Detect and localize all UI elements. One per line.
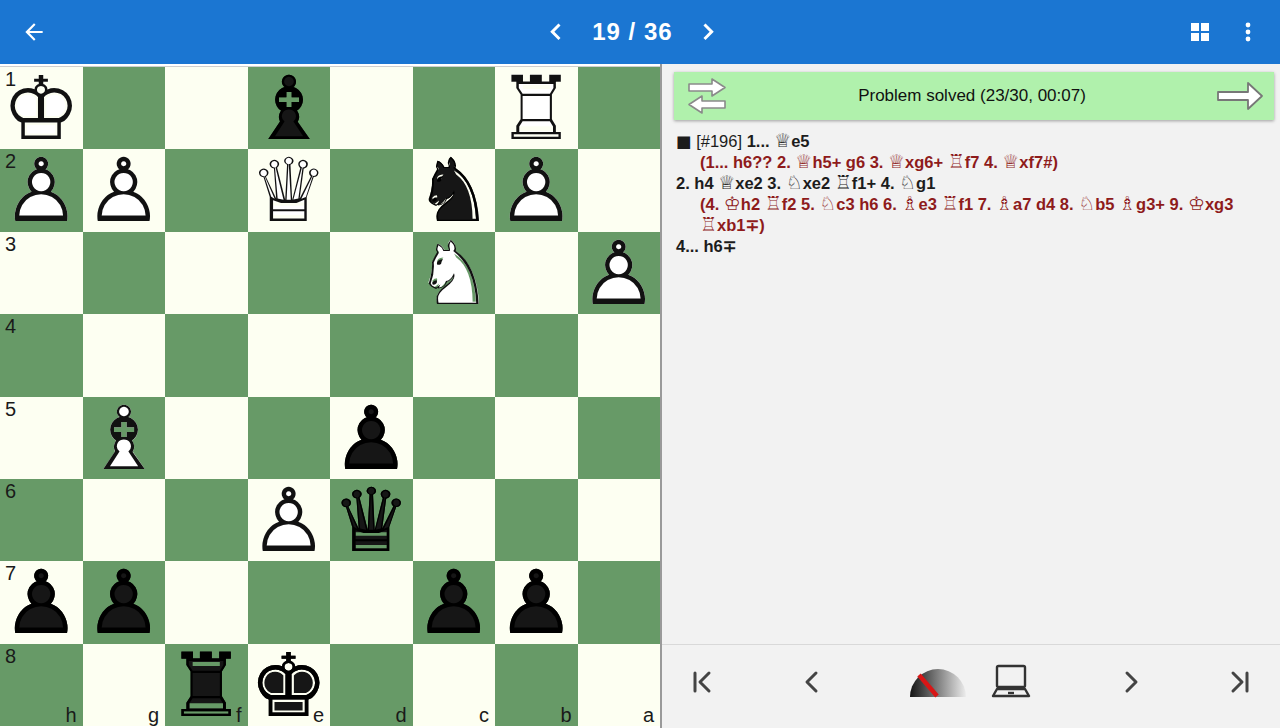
chevron-left-icon [545,19,567,45]
grid-icon [1189,21,1211,43]
piece-white-pawn: ♟♙ [0,149,83,231]
square-e8[interactable]: e♚♔ [248,644,331,726]
computer-analysis-button[interactable] [987,663,1035,701]
square-e5[interactable] [248,397,331,479]
square-f8[interactable]: f♜♖ [165,644,248,726]
square-h7[interactable]: 7♟♙ [0,561,83,643]
switch-sides-icon [684,75,730,117]
banner-forward-button[interactable] [1214,79,1264,113]
square-h6[interactable]: 6 [0,479,83,561]
square-g1[interactable] [83,67,166,149]
square-h2[interactable]: 2♟♙ [0,149,83,231]
square-c6[interactable] [413,479,496,561]
nav-toolbar [662,644,1280,728]
square-a3[interactable]: ♟♙ [578,232,661,314]
piece-outline: ♘ [413,232,496,314]
move-line-3[interactable]: 2. h4 ♕xe2 3. ♘xe2 ♖f1+ 4. ♘g1 [676,173,1270,194]
piece-outline: ♙ [495,149,578,231]
square-g7[interactable]: ♟♙ [83,561,166,643]
square-d1[interactable] [330,67,413,149]
square-f2[interactable] [165,149,248,231]
square-b6[interactable] [495,479,578,561]
piece-outline: ♕ [248,149,331,231]
back-arrow-icon [21,19,47,45]
square-c8[interactable]: c [413,644,496,726]
square-f6[interactable] [165,479,248,561]
piece-outline: ♖ [495,67,578,149]
square-e1[interactable]: ♝♗ [248,67,331,149]
square-d5[interactable]: ♟♙ [330,397,413,479]
move-line-4[interactable]: (4. ♔h2 ♖f2 5. ♘c3 h6 6. ♗e3 ♖f1 7. ♗a7 … [676,194,1270,236]
rank-label-4: 4 [5,315,16,337]
square-a2[interactable] [578,149,661,231]
piece-black-pawn: ♟♙ [495,561,578,643]
square-d6[interactable]: ♛♕ [330,479,413,561]
square-f7[interactable] [165,561,248,643]
piece-outline: ♕ [330,479,413,561]
square-c3[interactable]: ♞♘ [413,232,496,314]
rank-label-3: 3 [5,233,16,255]
status-banner: Problem solved (23/30, 00:07) [674,72,1274,120]
problem-counter: 19 / 36 [592,18,672,46]
square-g2[interactable]: ♟♙ [83,149,166,231]
problem-tag: [#196] [696,132,742,150]
square-g6[interactable] [83,479,166,561]
piece-outline: ♙ [495,561,578,643]
square-a6[interactable] [578,479,661,561]
engine-gauge-icon [907,665,969,699]
main-move: 1... ♕e5 [747,132,810,150]
piece-white-bishop: ♝♗ [83,397,166,479]
piece-white-queen: ♛♕ [248,149,331,231]
analysis-buttons [907,663,1035,701]
skip-to-first-button[interactable] [690,669,716,695]
board-panel: 1♚♔♝♗♜♖2♟♙♟♙♛♕♞♘♟♙3♞♘♟♙45♝♗♟♙6♟♙♛♕7♟♙♟♙♟… [0,64,662,728]
piece-outline: ♙ [0,561,83,643]
piece-white-knight: ♞♘ [413,232,496,314]
square-b7[interactable]: ♟♙ [495,561,578,643]
square-d2[interactable] [330,149,413,231]
square-h4[interactable]: 4 [0,314,83,396]
square-b5[interactable] [495,397,578,479]
next-problem-button[interactable] [691,8,727,56]
piece-outline: ♗ [83,397,166,479]
square-e2[interactable]: ♛♕ [248,149,331,231]
piece-white-pawn: ♟♙ [248,479,331,561]
piece-black-pawn: ♟♙ [413,561,496,643]
square-h5[interactable]: 5 [0,397,83,479]
square-e3[interactable] [248,232,331,314]
square-f4[interactable] [165,314,248,396]
bullet-icon: ■ [676,132,692,151]
piece-white-pawn: ♟♙ [578,232,661,314]
laptop-icon [987,663,1035,701]
square-e6[interactable]: ♟♙ [248,479,331,561]
square-b4[interactable] [495,314,578,396]
piece-black-king: ♚♔ [248,644,331,726]
analysis-panel: Problem solved (23/30, 00:07) ■ [#196] 1… [662,64,1280,728]
piece-white-pawn: ♟♙ [83,149,166,231]
square-a7[interactable] [578,561,661,643]
app-bar-actions [1176,0,1272,64]
square-g3[interactable] [83,232,166,314]
piece-outline: ♙ [0,149,83,231]
piece-outline: ♙ [330,397,413,479]
problem-navigator: 19 / 36 [538,8,726,56]
file-label-c: c [479,704,489,726]
square-b1[interactable]: ♜♖ [495,67,578,149]
square-c5[interactable] [413,397,496,479]
prev-problem-button[interactable] [538,8,574,56]
square-d3[interactable] [330,232,413,314]
piece-outline: ♙ [578,232,661,314]
file-label-d: d [395,704,406,726]
square-f1[interactable] [165,67,248,149]
piece-black-rook: ♜♖ [165,644,248,726]
square-d7[interactable] [330,561,413,643]
piece-black-pawn: ♟♙ [0,561,83,643]
skip-to-last-button[interactable] [1226,669,1252,695]
piece-black-pawn: ♟♙ [330,397,413,479]
square-h1[interactable]: 1♚♔ [0,67,83,149]
square-a1[interactable] [578,67,661,149]
file-label-h: h [65,704,76,726]
rank-label-8: 8 [5,645,16,667]
chevron-right-icon [698,19,720,45]
square-b3[interactable] [495,232,578,314]
piece-outline: ♘ [413,149,496,231]
piece-outline: ♔ [248,644,331,726]
piece-outline: ♙ [83,561,166,643]
rank-label-5: 5 [5,398,16,420]
file-label-a: a [643,704,654,726]
square-a4[interactable] [578,314,661,396]
piece-outline: ♖ [165,644,248,726]
square-f3[interactable] [165,232,248,314]
square-e7[interactable] [248,561,331,643]
piece-black-knight: ♞♘ [413,149,496,231]
piece-white-king: ♚♔ [0,67,83,149]
overflow-menu-button[interactable] [1224,0,1272,64]
next-move-button[interactable] [1119,669,1143,695]
square-d8[interactable]: d [330,644,413,726]
skip-to-last-icon [1226,669,1252,695]
switch-sides-button[interactable] [684,75,730,117]
move-line-1[interactable]: ■ [#196] 1... ♕e5 [676,131,1270,152]
square-e4[interactable] [248,314,331,396]
move-line-5[interactable]: 4... h6∓ [676,236,1270,257]
square-f5[interactable] [165,397,248,479]
square-a8[interactable]: a [578,644,661,726]
piece-black-pawn: ♟♙ [83,561,166,643]
piece-white-pawn: ♟♙ [495,149,578,231]
piece-outline: ♙ [248,479,331,561]
square-g4[interactable] [83,314,166,396]
square-b2[interactable]: ♟♙ [495,149,578,231]
square-c1[interactable] [413,67,496,149]
piece-outline: ♙ [83,149,166,231]
piece-outline: ♗ [248,67,331,149]
previous-move-button[interactable] [800,669,824,695]
overflow-dots-icon [1238,21,1258,43]
forward-arrow-icon [1214,79,1264,113]
move-line-2[interactable]: (1... h6?? 2. ♕h5+ g6 3. ♕xg6+ ♖f7 4. ♕x… [676,152,1270,173]
piece-black-bishop: ♝♗ [248,67,331,149]
square-h3[interactable]: 3 [0,232,83,314]
piece-white-rook: ♜♖ [495,67,578,149]
grid-view-button[interactable] [1176,0,1224,64]
chevron-left-icon [800,669,824,695]
square-g8[interactable]: g [83,644,166,726]
skip-to-first-icon [690,669,716,695]
rank-label-6: 6 [5,480,16,502]
back-button[interactable] [6,0,62,64]
square-g5[interactable]: ♝♗ [83,397,166,479]
piece-outline: ♔ [0,67,83,149]
file-label-b: b [560,704,571,726]
engine-evaluation-button[interactable] [907,665,969,699]
square-d4[interactable] [330,314,413,396]
square-c2[interactable]: ♞♘ [413,149,496,231]
app-screen: 19 / 36 1♚♔♝♗♜♖2♟♙♟♙♛♕♞♘♟♙3♞♘♟♙45♝♗♟♙6♟♙… [0,0,1280,728]
piece-black-queen: ♛♕ [330,479,413,561]
move-list: ■ [#196] 1... ♕e5 (1... h6?? 2. ♕h5+ g6 … [662,120,1280,257]
chevron-right-icon [1119,669,1143,695]
square-b8[interactable]: b [495,644,578,726]
square-c7[interactable]: ♟♙ [413,561,496,643]
square-c4[interactable] [413,314,496,396]
file-label-g: g [148,704,159,726]
square-h8[interactable]: 8h [0,644,83,726]
app-bar: 19 / 36 [0,0,1280,64]
piece-outline: ♙ [413,561,496,643]
status-text: Problem solved (23/30, 00:07) [730,86,1214,106]
chess-board[interactable]: 1♚♔♝♗♜♖2♟♙♟♙♛♕♞♘♟♙3♞♘♟♙45♝♗♟♙6♟♙♛♕7♟♙♟♙♟… [0,66,660,726]
square-a5[interactable] [578,397,661,479]
